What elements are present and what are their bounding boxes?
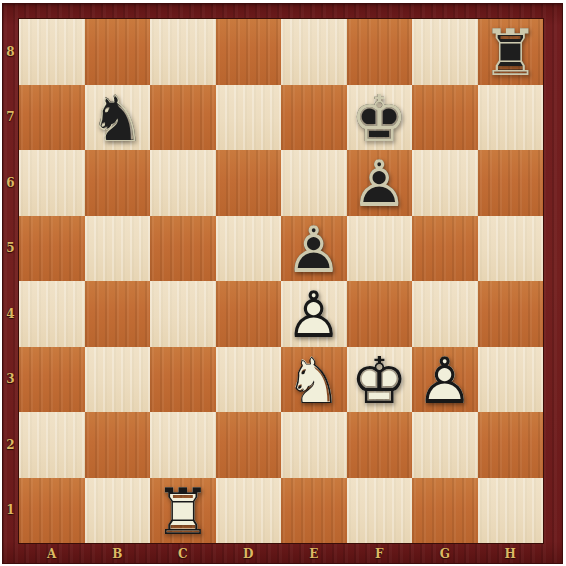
square-a3[interactable]: [19, 347, 85, 413]
rank-labels: 87654321: [2, 19, 19, 543]
square-f7[interactable]: ♚♔: [347, 85, 413, 151]
file-label-a: A: [19, 543, 85, 564]
black-king-outline-icon: ♔: [347, 85, 413, 151]
square-h5[interactable]: [478, 216, 544, 282]
square-g6[interactable]: [412, 150, 478, 216]
square-d7[interactable]: [216, 85, 282, 151]
white-knight-outline-icon: ♘: [281, 347, 347, 413]
square-b1[interactable]: [85, 478, 151, 544]
square-a1[interactable]: [19, 478, 85, 544]
square-a6[interactable]: [19, 150, 85, 216]
rank-label-text: 7: [6, 110, 14, 124]
file-label-d: D: [216, 543, 282, 564]
square-c6[interactable]: [150, 150, 216, 216]
file-label-g: G: [412, 543, 478, 564]
square-f8[interactable]: [347, 19, 413, 85]
white-pawn-outline-icon: ♙: [412, 347, 478, 413]
rank-label-text: 8: [6, 45, 14, 59]
rank-label-1: 1: [2, 478, 19, 544]
square-d8[interactable]: [216, 19, 282, 85]
piece-white-knight[interactable]: ♞♘: [281, 347, 347, 413]
square-d4[interactable]: [216, 281, 282, 347]
square-f3[interactable]: ♚♔: [347, 347, 413, 413]
square-c5[interactable]: [150, 216, 216, 282]
piece-black-pawn[interactable]: ♟♙: [347, 150, 413, 216]
square-h8[interactable]: ♜♖: [478, 19, 544, 85]
square-d2[interactable]: [216, 412, 282, 478]
square-d5[interactable]: [216, 216, 282, 282]
file-label-text: D: [243, 547, 253, 561]
rank-label-text: 5: [6, 241, 14, 255]
square-g5[interactable]: [412, 216, 478, 282]
square-g7[interactable]: [412, 85, 478, 151]
rank-label-7: 7: [2, 85, 19, 151]
square-h6[interactable]: [478, 150, 544, 216]
black-knight-outline-icon: ♘: [85, 85, 151, 151]
square-f5[interactable]: [347, 216, 413, 282]
file-label-e: E: [281, 543, 347, 564]
file-label-text: H: [505, 547, 516, 561]
piece-black-rook[interactable]: ♜♖: [478, 19, 544, 85]
square-e4[interactable]: ♟♙: [281, 281, 347, 347]
white-king-outline-icon: ♔: [347, 347, 413, 413]
board: ♜♖♞♘♚♔♟♙♟♙♟♙♞♘♚♔♟♙♜♖: [19, 19, 543, 543]
black-pawn-outline-icon: ♙: [347, 150, 413, 216]
file-label-b: B: [85, 543, 151, 564]
piece-white-rook[interactable]: ♜♖: [150, 478, 216, 544]
black-rook-outline-icon: ♖: [478, 19, 544, 85]
square-a5[interactable]: [19, 216, 85, 282]
square-h2[interactable]: [478, 412, 544, 478]
square-e5[interactable]: ♟♙: [281, 216, 347, 282]
piece-white-pawn[interactable]: ♟♙: [412, 347, 478, 413]
piece-black-king[interactable]: ♚♔: [347, 85, 413, 151]
square-e3[interactable]: ♞♘: [281, 347, 347, 413]
square-c2[interactable]: [150, 412, 216, 478]
square-g3[interactable]: ♟♙: [412, 347, 478, 413]
rank-label-text: 1: [6, 503, 14, 517]
square-h3[interactable]: [478, 347, 544, 413]
file-labels: ABCDEFGH: [19, 543, 543, 564]
square-b7[interactable]: ♞♘: [85, 85, 151, 151]
rank-label-3: 3: [2, 347, 19, 413]
file-label-text: C: [178, 547, 188, 561]
square-b4[interactable]: [85, 281, 151, 347]
square-g8[interactable]: [412, 19, 478, 85]
file-label-text: B: [112, 547, 122, 561]
square-f1[interactable]: [347, 478, 413, 544]
square-a4[interactable]: [19, 281, 85, 347]
square-c3[interactable]: [150, 347, 216, 413]
white-pawn-outline-icon: ♙: [281, 281, 347, 347]
square-a7[interactable]: [19, 85, 85, 151]
file-label-text: A: [47, 547, 56, 561]
square-f4[interactable]: [347, 281, 413, 347]
square-g2[interactable]: [412, 412, 478, 478]
square-b2[interactable]: [85, 412, 151, 478]
square-h7[interactable]: [478, 85, 544, 151]
piece-black-knight[interactable]: ♞♘: [85, 85, 151, 151]
square-h4[interactable]: [478, 281, 544, 347]
rank-label-text: 3: [6, 372, 14, 386]
piece-white-pawn[interactable]: ♟♙: [281, 281, 347, 347]
square-h1[interactable]: [478, 478, 544, 544]
file-label-text: G: [440, 547, 450, 561]
square-e6[interactable]: [281, 150, 347, 216]
rank-label-text: 6: [6, 176, 14, 190]
square-f2[interactable]: [347, 412, 413, 478]
square-b3[interactable]: [85, 347, 151, 413]
square-d1[interactable]: [216, 478, 282, 544]
square-c1[interactable]: ♜♖: [150, 478, 216, 544]
square-f6[interactable]: ♟♙: [347, 150, 413, 216]
white-rook-outline-icon: ♖: [150, 478, 216, 544]
square-d3[interactable]: [216, 347, 282, 413]
square-c7[interactable]: [150, 85, 216, 151]
piece-white-king[interactable]: ♚♔: [347, 347, 413, 413]
square-a8[interactable]: [19, 19, 85, 85]
file-label-h: H: [478, 543, 544, 564]
file-label-f: F: [347, 543, 413, 564]
rank-label-6: 6: [2, 150, 19, 216]
square-e8[interactable]: [281, 19, 347, 85]
square-c8[interactable]: [150, 19, 216, 85]
rank-label-text: 2: [6, 438, 14, 452]
square-e1[interactable]: [281, 478, 347, 544]
rank-label-5: 5: [2, 216, 19, 282]
square-a2[interactable]: [19, 412, 85, 478]
square-b8[interactable]: [85, 19, 151, 85]
rank-label-2: 2: [2, 412, 19, 478]
black-pawn-outline-icon: ♙: [281, 216, 347, 282]
chessboard-screen: ♜♖♞♘♚♔♟♙♟♙♟♙♞♘♚♔♟♙♜♖ 87654321 ABCDEFGH: [0, 0, 566, 566]
square-b6[interactable]: [85, 150, 151, 216]
piece-black-pawn[interactable]: ♟♙: [281, 216, 347, 282]
square-b5[interactable]: [85, 216, 151, 282]
rank-label-text: 4: [6, 307, 14, 321]
file-label-text: E: [309, 547, 318, 561]
square-e7[interactable]: [281, 85, 347, 151]
square-e2[interactable]: [281, 412, 347, 478]
file-label-text: F: [375, 547, 384, 561]
rank-label-8: 8: [2, 19, 19, 85]
square-g1[interactable]: [412, 478, 478, 544]
rank-label-4: 4: [2, 281, 19, 347]
square-g4[interactable]: [412, 281, 478, 347]
square-c4[interactable]: [150, 281, 216, 347]
square-d6[interactable]: [216, 150, 282, 216]
file-label-c: C: [150, 543, 216, 564]
